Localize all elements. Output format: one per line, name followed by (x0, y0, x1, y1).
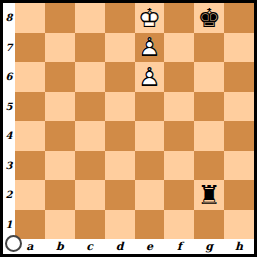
square-f8[interactable] (164, 3, 194, 33)
square-h1[interactable] (224, 210, 254, 240)
square-f1[interactable] (164, 210, 194, 240)
rank-label-5: 5 (3, 92, 15, 122)
black-rook[interactable]: ♜ (194, 180, 224, 210)
square-f7[interactable] (164, 33, 194, 63)
file-label-d: d (105, 239, 135, 254)
file-label-h: h (224, 239, 254, 254)
square-c7[interactable] (75, 33, 105, 63)
file-labels: abcdefgh (15, 239, 254, 254)
black-king[interactable]: ♚ (194, 3, 224, 33)
square-h3[interactable] (224, 151, 254, 181)
square-f3[interactable] (164, 151, 194, 181)
square-e1[interactable] (135, 210, 165, 240)
square-d2[interactable] (105, 180, 135, 210)
square-g4[interactable] (194, 121, 224, 151)
file-label-f: f (164, 239, 194, 254)
square-e2[interactable] (135, 180, 165, 210)
square-d1[interactable] (105, 210, 135, 240)
square-d4[interactable] (105, 121, 135, 151)
square-c1[interactable] (75, 210, 105, 240)
square-h5[interactable] (224, 92, 254, 122)
square-a8[interactable] (15, 3, 45, 33)
rank-label-3: 3 (3, 151, 15, 181)
square-g2[interactable]: ♜ (194, 180, 224, 210)
square-g3[interactable] (194, 151, 224, 181)
square-a7[interactable] (15, 33, 45, 63)
square-e7[interactable]: ♙ (135, 33, 165, 63)
square-f4[interactable] (164, 121, 194, 151)
square-a1[interactable] (15, 210, 45, 240)
file-label-c: c (75, 239, 105, 254)
square-e3[interactable] (135, 151, 165, 181)
rank-label-7: 7 (3, 33, 15, 63)
square-d5[interactable] (105, 92, 135, 122)
square-e4[interactable] (135, 121, 165, 151)
white-to-move-indicator (5, 235, 22, 252)
file-label-b: b (45, 239, 75, 254)
square-h4[interactable] (224, 121, 254, 151)
square-g6[interactable] (194, 62, 224, 92)
square-f2[interactable] (164, 180, 194, 210)
square-a3[interactable] (15, 151, 45, 181)
square-h6[interactable] (224, 62, 254, 92)
square-e8[interactable]: ♔ (135, 3, 165, 33)
square-h7[interactable] (224, 33, 254, 63)
square-d7[interactable] (105, 33, 135, 63)
chess-board: ♔♚♙♙♜ (15, 3, 254, 239)
square-d3[interactable] (105, 151, 135, 181)
square-d6[interactable] (105, 62, 135, 92)
square-h8[interactable] (224, 3, 254, 33)
square-b3[interactable] (45, 151, 75, 181)
square-g8[interactable]: ♚ (194, 3, 224, 33)
square-g1[interactable] (194, 210, 224, 240)
square-b7[interactable] (45, 33, 75, 63)
square-c8[interactable] (75, 3, 105, 33)
rank-label-6: 6 (3, 62, 15, 92)
rank-label-2: 2 (3, 180, 15, 210)
square-c4[interactable] (75, 121, 105, 151)
square-a2[interactable] (15, 180, 45, 210)
square-g7[interactable] (194, 33, 224, 63)
square-b4[interactable] (45, 121, 75, 151)
rank-label-8: 8 (3, 3, 15, 33)
rank-labels: 87654321 (3, 3, 15, 239)
square-b8[interactable] (45, 3, 75, 33)
chess-diagram: 87654321 ♔♚♙♙♜ abcdefgh (0, 0, 257, 257)
white-pawn[interactable]: ♙ (135, 33, 165, 63)
square-c6[interactable] (75, 62, 105, 92)
file-label-g: g (194, 239, 224, 254)
square-c3[interactable] (75, 151, 105, 181)
square-a6[interactable] (15, 62, 45, 92)
square-e5[interactable] (135, 92, 165, 122)
square-b5[interactable] (45, 92, 75, 122)
square-h2[interactable] (224, 180, 254, 210)
file-label-e: e (135, 239, 165, 254)
rank-label-4: 4 (3, 121, 15, 151)
square-b2[interactable] (45, 180, 75, 210)
square-e6[interactable]: ♙ (135, 62, 165, 92)
square-a5[interactable] (15, 92, 45, 122)
square-f6[interactable] (164, 62, 194, 92)
square-b1[interactable] (45, 210, 75, 240)
white-pawn[interactable]: ♙ (135, 62, 165, 92)
square-b6[interactable] (45, 62, 75, 92)
square-a4[interactable] (15, 121, 45, 151)
square-f5[interactable] (164, 92, 194, 122)
square-c5[interactable] (75, 92, 105, 122)
square-c2[interactable] (75, 180, 105, 210)
white-king[interactable]: ♔ (135, 3, 165, 33)
square-g5[interactable] (194, 92, 224, 122)
square-d8[interactable] (105, 3, 135, 33)
